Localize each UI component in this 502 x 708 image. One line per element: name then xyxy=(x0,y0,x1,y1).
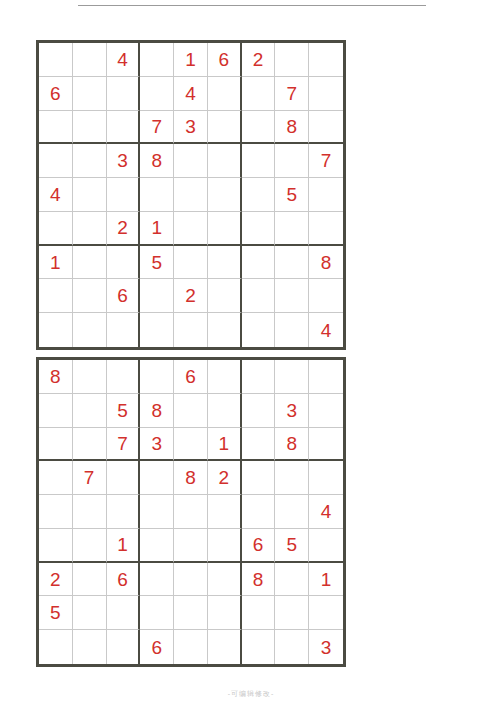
sudoku-cell-r1c7[interactable]: 2 xyxy=(242,43,276,77)
given-digit: 1 xyxy=(50,253,61,272)
sudoku-cell-r9c3[interactable] xyxy=(107,313,141,347)
given-digit: 4 xyxy=(50,185,61,204)
sudoku-cell-r8c3[interactable]: 6 xyxy=(107,279,141,313)
sudoku-cell-r1c1[interactable] xyxy=(39,43,73,77)
given-digit: 7 xyxy=(151,117,162,136)
sudoku-cell-r2c3[interactable]: 5 xyxy=(107,394,141,428)
sudoku-cell-r9c7[interactable] xyxy=(242,630,276,664)
sudoku-cell-r7c9[interactable]: 8 xyxy=(309,246,343,280)
sudoku-cell-r1c9[interactable] xyxy=(309,43,343,77)
document-page: 41626477383874521158624 8658373187824165… xyxy=(0,0,502,708)
sudoku-cell-r7c7[interactable] xyxy=(242,246,276,280)
sudoku-cell-r7c8[interactable] xyxy=(275,246,309,280)
sudoku-cell-r6c6[interactable] xyxy=(208,212,242,246)
sudoku-cell-r7c4[interactable] xyxy=(140,563,174,597)
given-digit: 2 xyxy=(218,468,229,487)
given-digit: 8 xyxy=(321,253,332,272)
sudoku-cell-r7c3[interactable] xyxy=(107,246,141,280)
sudoku-cell-r8c4[interactable] xyxy=(140,279,174,313)
given-digit: 3 xyxy=(151,434,162,453)
sudoku-cell-r1c5[interactable]: 6 xyxy=(174,360,208,394)
sudoku-cell-r1c2[interactable] xyxy=(73,43,107,77)
sudoku-cell-r9c4[interactable] xyxy=(140,313,174,347)
given-digit: 6 xyxy=(185,367,196,386)
sudoku-cell-r4c2[interactable]: 7 xyxy=(73,461,107,495)
sudoku-cell-r1c6[interactable] xyxy=(208,360,242,394)
sudoku-cell-r4c5[interactable]: 8 xyxy=(174,461,208,495)
sudoku-cell-r5c2[interactable] xyxy=(73,178,107,212)
sudoku-cell-r5c4[interactable] xyxy=(140,178,174,212)
sudoku-cell-r2c2[interactable] xyxy=(73,77,107,111)
sudoku-cell-r3c1[interactable] xyxy=(39,428,73,462)
given-digit: 8 xyxy=(287,434,298,453)
given-digit: 8 xyxy=(151,151,162,170)
given-digit: 6 xyxy=(151,638,162,657)
given-digit: 8 xyxy=(253,570,264,589)
sudoku-cell-r2c1[interactable]: 6 xyxy=(39,77,73,111)
sudoku-board-1: 41626477383874521158624 xyxy=(36,40,346,350)
sudoku-cell-r3c1[interactable] xyxy=(39,111,73,145)
given-digit: 4 xyxy=(321,321,332,340)
sudoku-cell-r2c5[interactable]: 4 xyxy=(174,77,208,111)
sudoku-cell-r9c2[interactable] xyxy=(73,630,107,664)
sudoku-cell-r5c8[interactable]: 5 xyxy=(275,178,309,212)
sudoku-cell-r2c7[interactable] xyxy=(242,394,276,428)
sudoku-cell-r2c1[interactable] xyxy=(39,394,73,428)
sudoku-cell-r1c3[interactable]: 4 xyxy=(107,43,141,77)
sudoku-cell-r1c8[interactable] xyxy=(275,43,309,77)
sudoku-cell-r2c5[interactable] xyxy=(174,394,208,428)
sudoku-cell-r2c9[interactable] xyxy=(309,77,343,111)
given-digit: 3 xyxy=(287,401,298,420)
sudoku-cell-r1c9[interactable] xyxy=(309,360,343,394)
given-digit: 5 xyxy=(151,253,162,272)
sudoku-cell-r3c3[interactable]: 7 xyxy=(107,428,141,462)
sudoku-cell-r9c6[interactable] xyxy=(208,630,242,664)
sudoku-cell-r7c7[interactable]: 8 xyxy=(242,563,276,597)
sudoku-cell-r7c9[interactable]: 1 xyxy=(309,563,343,597)
sudoku-cell-r7c1[interactable]: 2 xyxy=(39,563,73,597)
given-digit: 7 xyxy=(84,468,95,487)
sudoku-cell-r4c6[interactable] xyxy=(208,144,242,178)
given-digit: 1 xyxy=(151,218,162,237)
sudoku-cell-r9c9[interactable]: 4 xyxy=(309,313,343,347)
given-digit: 5 xyxy=(117,401,128,420)
sudoku-cell-r9c6[interactable] xyxy=(208,313,242,347)
sudoku-cell-r8c8[interactable] xyxy=(275,596,309,630)
sudoku-cell-r6c7[interactable]: 6 xyxy=(242,529,276,563)
given-digit: 2 xyxy=(185,286,196,305)
sudoku-cell-r1c7[interactable] xyxy=(242,360,276,394)
sudoku-cell-r7c3[interactable]: 6 xyxy=(107,563,141,597)
sudoku-cell-r7c2[interactable] xyxy=(73,246,107,280)
given-digit: 4 xyxy=(117,50,128,69)
given-digit: 5 xyxy=(287,535,298,554)
sudoku-cell-r5c6[interactable] xyxy=(208,495,242,529)
sudoku-cell-r3c5[interactable] xyxy=(174,428,208,462)
sudoku-cell-r7c5[interactable] xyxy=(174,246,208,280)
sudoku-cell-r2c4[interactable] xyxy=(140,77,174,111)
sudoku-cell-r3c4[interactable]: 7 xyxy=(140,111,174,145)
sudoku-cell-r3c2[interactable] xyxy=(73,428,107,462)
sudoku-cell-r8c7[interactable] xyxy=(242,279,276,313)
sudoku-cell-r3c5[interactable]: 3 xyxy=(174,111,208,145)
sudoku-cell-r3c9[interactable] xyxy=(309,428,343,462)
sudoku-cell-r9c1[interactable] xyxy=(39,313,73,347)
sudoku-cell-r5c6[interactable] xyxy=(208,178,242,212)
sudoku-cell-r4c5[interactable] xyxy=(174,144,208,178)
sudoku-cell-r8c9[interactable] xyxy=(309,279,343,313)
sudoku-cell-r5c9[interactable]: 4 xyxy=(309,495,343,529)
sudoku-cell-r6c1[interactable] xyxy=(39,529,73,563)
sudoku-cell-r4c3[interactable] xyxy=(107,461,141,495)
given-digit: 7 xyxy=(287,84,298,103)
sudoku-cell-r9c9[interactable]: 3 xyxy=(309,630,343,664)
sudoku-cell-r8c8[interactable] xyxy=(275,279,309,313)
sudoku-cell-r8c4[interactable] xyxy=(140,596,174,630)
given-digit: 1 xyxy=(218,434,229,453)
given-digit: 5 xyxy=(50,603,61,622)
sudoku-cell-r5c7[interactable] xyxy=(242,178,276,212)
sudoku-cell-r6c5[interactable] xyxy=(174,529,208,563)
sudoku-cell-r8c1[interactable]: 5 xyxy=(39,596,73,630)
sudoku-cell-r6c9[interactable] xyxy=(309,529,343,563)
given-digit: 8 xyxy=(151,401,162,420)
given-digit: 4 xyxy=(185,84,196,103)
sudoku-cell-r6c2[interactable] xyxy=(73,529,107,563)
sudoku-cell-r5c8[interactable] xyxy=(275,495,309,529)
sudoku-cell-r9c2[interactable] xyxy=(73,313,107,347)
sudoku-cell-r4c4[interactable]: 8 xyxy=(140,144,174,178)
sudoku-cell-r8c9[interactable] xyxy=(309,596,343,630)
sudoku-cell-r7c6[interactable] xyxy=(208,563,242,597)
sudoku-cell-r1c3[interactable] xyxy=(107,360,141,394)
given-digit: 8 xyxy=(50,367,61,386)
given-digit: 7 xyxy=(321,151,332,170)
sudoku-cell-r1c1[interactable]: 8 xyxy=(39,360,73,394)
given-digit: 2 xyxy=(117,218,128,237)
sudoku-cell-r5c3[interactable] xyxy=(107,178,141,212)
sudoku-cell-r4c1[interactable] xyxy=(39,144,73,178)
sudoku-cell-r3c7[interactable] xyxy=(242,428,276,462)
sudoku-cell-r5c4[interactable] xyxy=(140,495,174,529)
sudoku-cell-r9c5[interactable] xyxy=(174,313,208,347)
sudoku-cell-r3c4[interactable]: 3 xyxy=(140,428,174,462)
sudoku-cell-r6c9[interactable] xyxy=(309,212,343,246)
sudoku-cell-r5c1[interactable]: 4 xyxy=(39,178,73,212)
sudoku-cell-r6c8[interactable] xyxy=(275,212,309,246)
sudoku-cell-r3c8[interactable]: 8 xyxy=(275,428,309,462)
sudoku-cell-r2c9[interactable] xyxy=(309,394,343,428)
sudoku-cell-r4c3[interactable]: 3 xyxy=(107,144,141,178)
sudoku-cell-r6c3[interactable]: 2 xyxy=(107,212,141,246)
sudoku-cell-r7c4[interactable]: 5 xyxy=(140,246,174,280)
given-digit: 2 xyxy=(50,570,61,589)
sudoku-cell-r6c4[interactable] xyxy=(140,529,174,563)
given-digit: 5 xyxy=(287,185,298,204)
sudoku-cell-r3c3[interactable] xyxy=(107,111,141,145)
sudoku-cell-r9c7[interactable] xyxy=(242,313,276,347)
sudoku-cell-r9c5[interactable] xyxy=(174,630,208,664)
sudoku-cell-r7c5[interactable] xyxy=(174,563,208,597)
sudoku-cell-r6c1[interactable] xyxy=(39,212,73,246)
sudoku-cell-r2c3[interactable] xyxy=(107,77,141,111)
sudoku-cell-r6c8[interactable]: 5 xyxy=(275,529,309,563)
sudoku-cell-r6c4[interactable]: 1 xyxy=(140,212,174,246)
sudoku-cell-r2c8[interactable]: 7 xyxy=(275,77,309,111)
given-digit: 6 xyxy=(50,84,61,103)
sudoku-cell-r8c1[interactable] xyxy=(39,279,73,313)
given-digit: 4 xyxy=(321,502,332,521)
sudoku-cell-r6c3[interactable]: 1 xyxy=(107,529,141,563)
sudoku-cell-r4c8[interactable] xyxy=(275,144,309,178)
given-digit: 8 xyxy=(185,468,196,487)
sudoku-cell-r9c3[interactable] xyxy=(107,630,141,664)
sudoku-cell-r4c2[interactable] xyxy=(73,144,107,178)
sudoku-cell-r1c4[interactable] xyxy=(140,360,174,394)
sudoku-cell-r4c7[interactable] xyxy=(242,461,276,495)
sudoku-cell-r2c7[interactable] xyxy=(242,77,276,111)
sudoku-cell-r2c8[interactable]: 3 xyxy=(275,394,309,428)
sudoku-cell-r3c2[interactable] xyxy=(73,111,107,145)
sudoku-cell-r3c8[interactable]: 8 xyxy=(275,111,309,145)
sudoku-cell-r1c8[interactable] xyxy=(275,360,309,394)
sudoku-cell-r2c6[interactable] xyxy=(208,394,242,428)
sudoku-cell-r1c5[interactable]: 1 xyxy=(174,43,208,77)
sudoku-cell-r7c2[interactable] xyxy=(73,563,107,597)
header-rule xyxy=(78,5,426,6)
sudoku-cell-r8c3[interactable] xyxy=(107,596,141,630)
given-digit: 1 xyxy=(185,50,196,69)
sudoku-cell-r7c6[interactable] xyxy=(208,246,242,280)
given-digit: 6 xyxy=(117,570,128,589)
sudoku-cell-r9c8[interactable] xyxy=(275,630,309,664)
sudoku-cell-r6c6[interactable] xyxy=(208,529,242,563)
sudoku-cell-r1c6[interactable]: 6 xyxy=(208,43,242,77)
sudoku-cell-r4c9[interactable] xyxy=(309,461,343,495)
sudoku-cell-r7c1[interactable]: 1 xyxy=(39,246,73,280)
sudoku-cell-r8c5[interactable]: 2 xyxy=(174,279,208,313)
sudoku-cell-r5c5[interactable] xyxy=(174,495,208,529)
sudoku-cell-r3c6[interactable]: 1 xyxy=(208,428,242,462)
sudoku-cell-r4c6[interactable]: 2 xyxy=(208,461,242,495)
sudoku-board-2: 86583731878241652681563 xyxy=(36,357,346,667)
sudoku-cell-r6c7[interactable] xyxy=(242,212,276,246)
sudoku-cell-r2c6[interactable] xyxy=(208,77,242,111)
sudoku-cell-r8c6[interactable] xyxy=(208,279,242,313)
given-digit: 3 xyxy=(117,151,128,170)
given-digit: 2 xyxy=(253,50,264,69)
given-digit: 1 xyxy=(117,535,128,554)
sudoku-cell-r8c2[interactable] xyxy=(73,279,107,313)
sudoku-cell-r4c7[interactable] xyxy=(242,144,276,178)
given-digit: 6 xyxy=(218,50,229,69)
sudoku-cell-r3c9[interactable] xyxy=(309,111,343,145)
sudoku-cell-r8c7[interactable] xyxy=(242,596,276,630)
sudoku-cell-r3c6[interactable] xyxy=(208,111,242,145)
sudoku-cell-r5c5[interactable] xyxy=(174,178,208,212)
sudoku-cell-r5c9[interactable] xyxy=(309,178,343,212)
given-digit: 7 xyxy=(117,434,128,453)
given-digit: 1 xyxy=(321,570,332,589)
sudoku-cell-r8c5[interactable] xyxy=(174,596,208,630)
sudoku-cell-r5c1[interactable] xyxy=(39,495,73,529)
sudoku-cell-r4c8[interactable] xyxy=(275,461,309,495)
given-digit: 3 xyxy=(321,638,332,657)
sudoku-cell-r9c4[interactable]: 6 xyxy=(140,630,174,664)
sudoku-cell-r7c8[interactable] xyxy=(275,563,309,597)
sudoku-cell-r5c7[interactable] xyxy=(242,495,276,529)
sudoku-cell-r2c4[interactable]: 8 xyxy=(140,394,174,428)
given-digit: 6 xyxy=(253,535,264,554)
sudoku-cell-r8c6[interactable] xyxy=(208,596,242,630)
given-digit: 3 xyxy=(185,117,196,136)
sudoku-cell-r5c2[interactable] xyxy=(73,495,107,529)
sudoku-cell-r5c3[interactable] xyxy=(107,495,141,529)
sudoku-cell-r4c1[interactable] xyxy=(39,461,73,495)
sudoku-cell-r9c1[interactable] xyxy=(39,630,73,664)
footer-watermark: -可编辑修改- xyxy=(0,689,502,699)
sudoku-cell-r3c7[interactable] xyxy=(242,111,276,145)
given-digit: 6 xyxy=(117,286,128,305)
sudoku-cell-r4c4[interactable] xyxy=(140,461,174,495)
sudoku-cell-r1c4[interactable] xyxy=(140,43,174,77)
sudoku-cell-r4c9[interactable]: 7 xyxy=(309,144,343,178)
sudoku-cell-r6c2[interactable] xyxy=(73,212,107,246)
sudoku-cell-r8c2[interactable] xyxy=(73,596,107,630)
sudoku-cell-r6c5[interactable] xyxy=(174,212,208,246)
given-digit: 8 xyxy=(287,117,298,136)
sudoku-cell-r9c8[interactable] xyxy=(275,313,309,347)
sudoku-cell-r2c2[interactable] xyxy=(73,394,107,428)
sudoku-cell-r1c2[interactable] xyxy=(73,360,107,394)
